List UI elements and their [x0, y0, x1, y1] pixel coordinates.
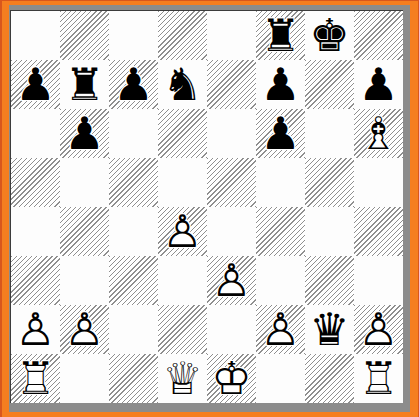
square-c2[interactable] [109, 305, 158, 354]
square-e8[interactable] [207, 11, 256, 60]
square-g8[interactable]: ♚︎♚︎ [305, 11, 354, 60]
square-c3[interactable] [109, 256, 158, 305]
square-a1[interactable]: ♜︎♖︎ [11, 354, 60, 403]
square-b7[interactable]: ♜︎♜︎ [60, 60, 109, 109]
square-e3[interactable]: ♟︎♙︎ [207, 256, 256, 305]
square-c1[interactable] [109, 354, 158, 403]
square-a5[interactable] [11, 158, 60, 207]
square-h2[interactable]: ♟︎♙︎ [354, 305, 403, 354]
white-king[interactable]: ♚︎♔︎ [207, 354, 256, 403]
square-d2[interactable] [158, 305, 207, 354]
square-d1[interactable]: ♛︎♕︎ [158, 354, 207, 403]
square-f4[interactable] [256, 207, 305, 256]
square-e7[interactable] [207, 60, 256, 109]
square-b2[interactable]: ♟︎♙︎ [60, 305, 109, 354]
square-f6[interactable]: ♟︎♟︎ [256, 109, 305, 158]
black-rook[interactable]: ♜︎♜︎ [256, 11, 305, 60]
white-pawn[interactable]: ♟︎♙︎ [11, 305, 60, 354]
piece-outline-layer: ♚︎ [305, 11, 354, 60]
square-e6[interactable] [207, 109, 256, 158]
square-e2[interactable] [207, 305, 256, 354]
square-d7[interactable]: ♞︎♞︎ [158, 60, 207, 109]
square-h3[interactable] [354, 256, 403, 305]
square-g5[interactable] [305, 158, 354, 207]
square-c6[interactable] [109, 109, 158, 158]
white-bishop[interactable]: ♝︎♗︎ [354, 109, 403, 158]
white-pawn[interactable]: ♟︎♙︎ [354, 305, 403, 354]
white-pawn[interactable]: ♟︎♙︎ [60, 305, 109, 354]
diagram-frame: ♜︎♜︎♚︎♚︎♟︎♟︎♜︎♜︎♟︎♟︎♞︎♞︎♟︎♟︎♟︎♟︎♟︎♟︎♟︎♟︎… [0, 0, 419, 417]
piece-outline-layer: ♔︎ [207, 354, 256, 403]
piece-outline-layer: ♙︎ [60, 305, 109, 354]
piece-outline-layer: ♟︎ [60, 109, 109, 158]
square-e1[interactable]: ♚︎♔︎ [207, 354, 256, 403]
square-a4[interactable] [11, 207, 60, 256]
square-f8[interactable]: ♜︎♜︎ [256, 11, 305, 60]
square-b4[interactable] [60, 207, 109, 256]
piece-outline-layer: ♖︎ [11, 354, 60, 403]
white-pawn[interactable]: ♟︎♙︎ [207, 256, 256, 305]
square-d4[interactable]: ♟︎♙︎ [158, 207, 207, 256]
square-c5[interactable] [109, 158, 158, 207]
black-pawn[interactable]: ♟︎♟︎ [256, 60, 305, 109]
piece-outline-layer: ♜︎ [256, 11, 305, 60]
chess-board: ♜︎♜︎♚︎♚︎♟︎♟︎♜︎♜︎♟︎♟︎♞︎♞︎♟︎♟︎♟︎♟︎♟︎♟︎♟︎♟︎… [10, 10, 403, 403]
square-g4[interactable] [305, 207, 354, 256]
square-b5[interactable] [60, 158, 109, 207]
piece-outline-layer: ♟︎ [256, 60, 305, 109]
square-g6[interactable] [305, 109, 354, 158]
piece-outline-layer: ♛︎ [305, 305, 354, 354]
white-rook[interactable]: ♜︎♖︎ [11, 354, 60, 403]
black-pawn[interactable]: ♟︎♟︎ [60, 109, 109, 158]
square-h6[interactable]: ♝︎♗︎ [354, 109, 403, 158]
black-pawn[interactable]: ♟︎♟︎ [109, 60, 158, 109]
piece-outline-layer: ♙︎ [158, 207, 207, 256]
square-h5[interactable] [354, 158, 403, 207]
square-a7[interactable]: ♟︎♟︎ [11, 60, 60, 109]
square-a3[interactable] [11, 256, 60, 305]
square-c8[interactable] [109, 11, 158, 60]
square-f1[interactable] [256, 354, 305, 403]
square-e4[interactable] [207, 207, 256, 256]
white-pawn[interactable]: ♟︎♙︎ [256, 305, 305, 354]
piece-outline-layer: ♙︎ [11, 305, 60, 354]
piece-outline-layer: ♖︎ [354, 354, 403, 403]
square-g3[interactable] [305, 256, 354, 305]
square-d6[interactable] [158, 109, 207, 158]
piece-outline-layer: ♟︎ [109, 60, 158, 109]
square-c4[interactable] [109, 207, 158, 256]
square-d8[interactable] [158, 11, 207, 60]
piece-outline-layer: ♜︎ [60, 60, 109, 109]
square-h8[interactable] [354, 11, 403, 60]
square-b8[interactable] [60, 11, 109, 60]
square-f7[interactable]: ♟︎♟︎ [256, 60, 305, 109]
square-a6[interactable] [11, 109, 60, 158]
square-b3[interactable] [60, 256, 109, 305]
square-b6[interactable]: ♟︎♟︎ [60, 109, 109, 158]
black-pawn[interactable]: ♟︎♟︎ [354, 60, 403, 109]
square-a8[interactable] [11, 11, 60, 60]
white-rook[interactable]: ♜︎♖︎ [354, 354, 403, 403]
white-queen[interactable]: ♛︎♕︎ [158, 354, 207, 403]
square-g2[interactable]: ♛︎♛︎ [305, 305, 354, 354]
white-pawn[interactable]: ♟︎♙︎ [158, 207, 207, 256]
piece-outline-layer: ♙︎ [354, 305, 403, 354]
square-e5[interactable] [207, 158, 256, 207]
piece-outline-layer: ♕︎ [158, 354, 207, 403]
square-g1[interactable] [305, 354, 354, 403]
black-knight[interactable]: ♞︎♞︎ [158, 60, 207, 109]
piece-outline-layer: ♗︎ [354, 109, 403, 158]
square-h1[interactable]: ♜︎♖︎ [354, 354, 403, 403]
piece-outline-layer: ♟︎ [11, 60, 60, 109]
square-f2[interactable]: ♟︎♙︎ [256, 305, 305, 354]
square-d3[interactable] [158, 256, 207, 305]
black-queen[interactable]: ♛︎♛︎ [305, 305, 354, 354]
square-h4[interactable] [354, 207, 403, 256]
piece-outline-layer: ♙︎ [207, 256, 256, 305]
square-f3[interactable] [256, 256, 305, 305]
square-a2[interactable]: ♟︎♙︎ [11, 305, 60, 354]
piece-outline-layer: ♞︎ [158, 60, 207, 109]
square-g7[interactable] [305, 60, 354, 109]
black-pawn[interactable]: ♟︎♟︎ [256, 109, 305, 158]
square-f5[interactable] [256, 158, 305, 207]
square-d5[interactable] [158, 158, 207, 207]
black-rook[interactable]: ♜︎♜︎ [60, 60, 109, 109]
square-h7[interactable]: ♟︎♟︎ [354, 60, 403, 109]
square-b1[interactable] [60, 354, 109, 403]
square-c7[interactable]: ♟︎♟︎ [109, 60, 158, 109]
piece-outline-layer: ♟︎ [354, 60, 403, 109]
piece-outline-layer: ♟︎ [256, 109, 305, 158]
black-king[interactable]: ♚︎♚︎ [305, 11, 354, 60]
black-pawn[interactable]: ♟︎♟︎ [11, 60, 60, 109]
piece-outline-layer: ♙︎ [256, 305, 305, 354]
